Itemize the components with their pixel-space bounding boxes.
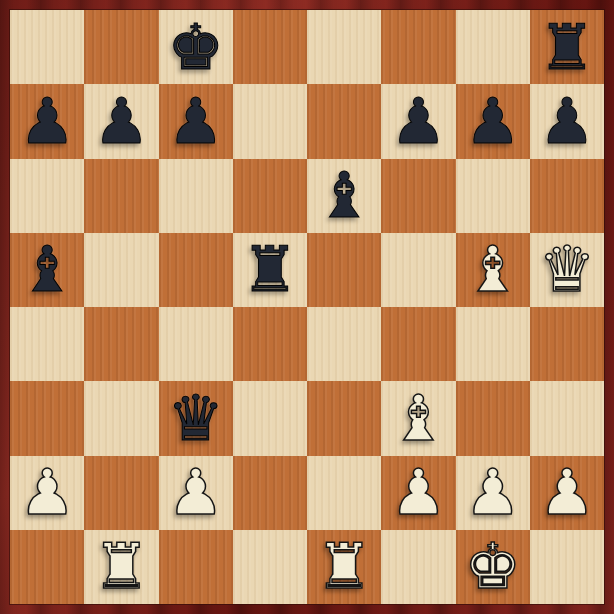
piece-black-pawn[interactable]: ♟ <box>464 90 520 153</box>
square-c8[interactable]: ♚ <box>159 10 233 84</box>
square-b3[interactable] <box>84 381 158 455</box>
square-e6[interactable]: ♝ <box>307 159 381 233</box>
square-d7[interactable] <box>233 84 307 158</box>
square-c3[interactable]: ♛ <box>159 381 233 455</box>
piece-white-pawn[interactable]: ♟ <box>539 461 595 524</box>
piece-white-pawn[interactable]: ♟ <box>390 461 446 524</box>
square-e3[interactable] <box>307 381 381 455</box>
square-f4[interactable] <box>381 307 455 381</box>
piece-black-pawn[interactable]: ♟ <box>167 90 223 153</box>
square-e4[interactable] <box>307 307 381 381</box>
piece-white-bishop[interactable]: ♝ <box>390 387 446 450</box>
square-e2[interactable] <box>307 456 381 530</box>
square-f6[interactable] <box>381 159 455 233</box>
square-a2[interactable]: ♟ <box>10 456 84 530</box>
square-g6[interactable] <box>456 159 530 233</box>
square-h5[interactable]: ♛ <box>530 233 604 307</box>
square-g8[interactable] <box>456 10 530 84</box>
square-b2[interactable] <box>84 456 158 530</box>
square-b6[interactable] <box>84 159 158 233</box>
square-f2[interactable]: ♟ <box>381 456 455 530</box>
square-a8[interactable] <box>10 10 84 84</box>
piece-black-queen[interactable]: ♛ <box>167 387 223 450</box>
piece-black-pawn[interactable]: ♟ <box>93 90 149 153</box>
piece-black-bishop[interactable]: ♝ <box>316 164 372 227</box>
square-g1[interactable]: ♚ <box>456 530 530 604</box>
square-e5[interactable] <box>307 233 381 307</box>
square-d8[interactable] <box>233 10 307 84</box>
square-g3[interactable] <box>456 381 530 455</box>
square-b8[interactable] <box>84 10 158 84</box>
square-f3[interactable]: ♝ <box>381 381 455 455</box>
piece-white-pawn[interactable]: ♟ <box>19 461 75 524</box>
square-h3[interactable] <box>530 381 604 455</box>
piece-white-rook[interactable]: ♜ <box>316 535 372 598</box>
square-a1[interactable] <box>10 530 84 604</box>
square-f8[interactable] <box>381 10 455 84</box>
square-d4[interactable] <box>233 307 307 381</box>
square-c6[interactable] <box>159 159 233 233</box>
piece-black-rook[interactable]: ♜ <box>242 238 298 301</box>
piece-white-pawn[interactable]: ♟ <box>167 461 223 524</box>
square-d3[interactable] <box>233 381 307 455</box>
square-f7[interactable]: ♟ <box>381 84 455 158</box>
square-a4[interactable] <box>10 307 84 381</box>
square-e8[interactable] <box>307 10 381 84</box>
square-h8[interactable]: ♜ <box>530 10 604 84</box>
square-h6[interactable] <box>530 159 604 233</box>
square-g5[interactable]: ♝ <box>456 233 530 307</box>
square-e7[interactable] <box>307 84 381 158</box>
square-d5[interactable]: ♜ <box>233 233 307 307</box>
square-h4[interactable] <box>530 307 604 381</box>
square-h1[interactable] <box>530 530 604 604</box>
square-d1[interactable] <box>233 530 307 604</box>
piece-black-pawn[interactable]: ♟ <box>539 90 595 153</box>
square-b1[interactable]: ♜ <box>84 530 158 604</box>
square-a6[interactable] <box>10 159 84 233</box>
square-d2[interactable] <box>233 456 307 530</box>
square-h2[interactable]: ♟ <box>530 456 604 530</box>
square-g2[interactable]: ♟ <box>456 456 530 530</box>
square-a3[interactable] <box>10 381 84 455</box>
piece-black-rook[interactable]: ♜ <box>539 16 595 79</box>
square-c5[interactable] <box>159 233 233 307</box>
square-g7[interactable]: ♟ <box>456 84 530 158</box>
square-c7[interactable]: ♟ <box>159 84 233 158</box>
piece-black-pawn[interactable]: ♟ <box>390 90 446 153</box>
square-f1[interactable] <box>381 530 455 604</box>
chess-board: ♚♜♟♟♟♟♟♟♝♝♜♝♛♛♝♟♟♟♟♟♜♜♚ <box>10 10 604 604</box>
square-g4[interactable] <box>456 307 530 381</box>
square-h7[interactable]: ♟ <box>530 84 604 158</box>
piece-black-bishop[interactable]: ♝ <box>19 238 75 301</box>
square-b5[interactable] <box>84 233 158 307</box>
piece-black-king[interactable]: ♚ <box>167 16 223 79</box>
square-a5[interactable]: ♝ <box>10 233 84 307</box>
piece-white-bishop[interactable]: ♝ <box>464 238 520 301</box>
square-f5[interactable] <box>381 233 455 307</box>
piece-white-king[interactable]: ♚ <box>464 535 520 598</box>
square-d6[interactable] <box>233 159 307 233</box>
board-frame: ♚♜♟♟♟♟♟♟♝♝♜♝♛♛♝♟♟♟♟♟♜♜♚ <box>0 0 614 614</box>
square-c1[interactable] <box>159 530 233 604</box>
square-b7[interactable]: ♟ <box>84 84 158 158</box>
square-a7[interactable]: ♟ <box>10 84 84 158</box>
square-b4[interactable] <box>84 307 158 381</box>
square-c4[interactable] <box>159 307 233 381</box>
piece-white-rook[interactable]: ♜ <box>93 535 149 598</box>
square-e1[interactable]: ♜ <box>307 530 381 604</box>
square-c2[interactable]: ♟ <box>159 456 233 530</box>
piece-black-pawn[interactable]: ♟ <box>19 90 75 153</box>
piece-white-queen[interactable]: ♛ <box>539 238 595 301</box>
piece-white-pawn[interactable]: ♟ <box>464 461 520 524</box>
